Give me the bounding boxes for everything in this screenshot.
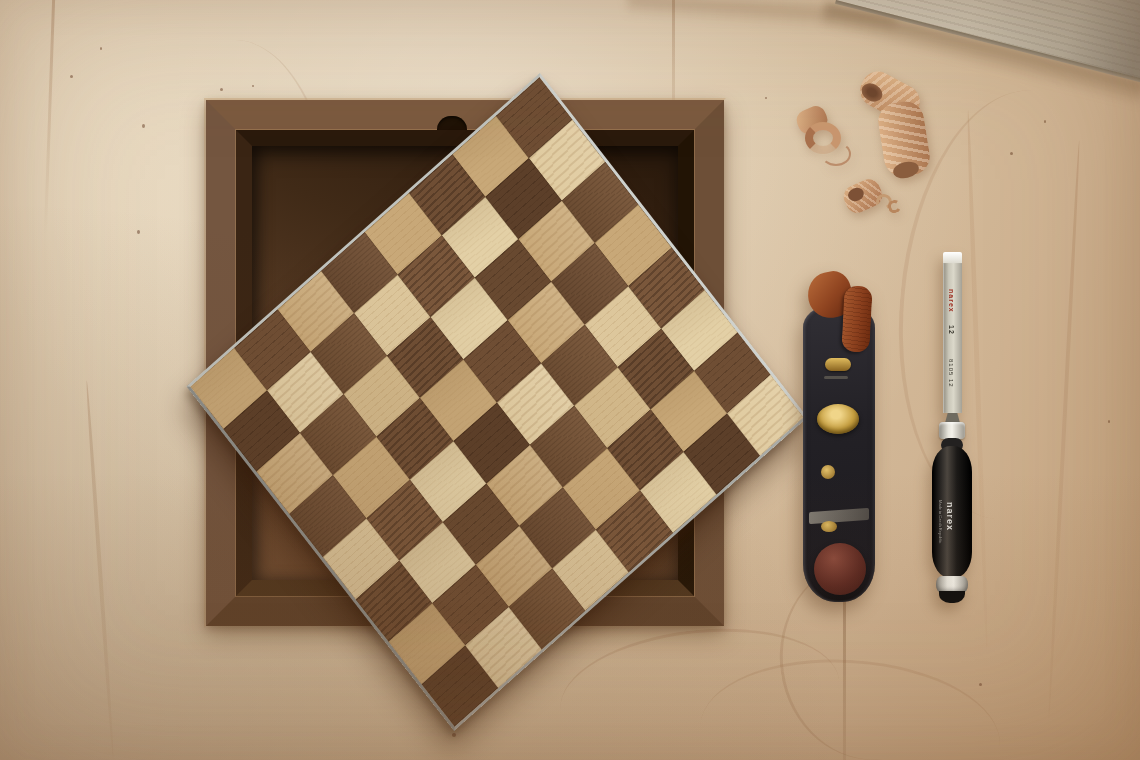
hand-plane bbox=[797, 262, 881, 606]
wood-speck bbox=[70, 75, 73, 78]
chisel-origin-text: Made in Czech Republic bbox=[938, 500, 943, 543]
chisel-ferrule bbox=[939, 422, 965, 439]
plane-lever-cap-screw bbox=[825, 358, 851, 371]
plane-frog-screw bbox=[821, 465, 835, 479]
wood-speck bbox=[1010, 152, 1013, 155]
grain-streak bbox=[85, 380, 115, 759]
plane-front-knob bbox=[814, 543, 866, 595]
wood-speck bbox=[1108, 420, 1110, 423]
chisel-blade: narex 12 8105 12 bbox=[943, 263, 962, 413]
chisel-model-text: 8105 12 bbox=[948, 359, 954, 388]
shaving-curl bbox=[887, 199, 903, 215]
plane-toe-screw bbox=[821, 521, 837, 532]
wood-speck bbox=[137, 230, 140, 234]
plane-engraving bbox=[824, 376, 848, 379]
wood-speck bbox=[765, 97, 767, 99]
plane-brass-adjuster-wheel bbox=[817, 404, 859, 434]
wood-shaving bbox=[845, 76, 940, 181]
chisel: narex 12 8105 12 Made in Czech Republic … bbox=[928, 250, 976, 610]
wood-speck bbox=[1044, 120, 1046, 123]
chisel-handle: Made in Czech Republic narex bbox=[932, 446, 972, 578]
workbench-scene: narex 12 8105 12 Made in Czech Republic … bbox=[0, 0, 1140, 760]
wood-speck bbox=[452, 733, 456, 737]
grain-streak bbox=[554, 616, 846, 760]
grain-streak bbox=[695, 650, 1005, 760]
chisel-size-text: 12 bbox=[948, 325, 955, 335]
wood-speck bbox=[979, 683, 982, 686]
wood-speck bbox=[252, 85, 254, 87]
wood-speck bbox=[142, 124, 145, 128]
chisel-handle-brand-text: narex bbox=[945, 502, 955, 531]
box-finger-notch bbox=[437, 116, 467, 130]
grain-streak bbox=[1047, 140, 1081, 719]
plane-tote-end bbox=[841, 285, 872, 352]
grain-streak bbox=[44, 0, 55, 235]
grain-streak bbox=[843, 598, 846, 760]
wood-speck bbox=[220, 88, 223, 91]
chisel-butt bbox=[939, 591, 965, 603]
wood-shaving bbox=[838, 176, 910, 228]
wood-speck bbox=[100, 47, 102, 50]
chisel-brand-text: narex bbox=[948, 289, 955, 313]
